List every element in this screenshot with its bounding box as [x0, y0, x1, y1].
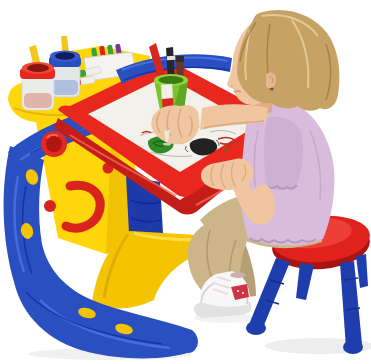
product-photo	[0, 0, 371, 364]
sleeve	[264, 117, 303, 190]
held-marker-cap	[161, 84, 173, 100]
earring	[271, 88, 274, 91]
red-button	[44, 200, 56, 212]
art-desk-scene	[0, 0, 371, 364]
